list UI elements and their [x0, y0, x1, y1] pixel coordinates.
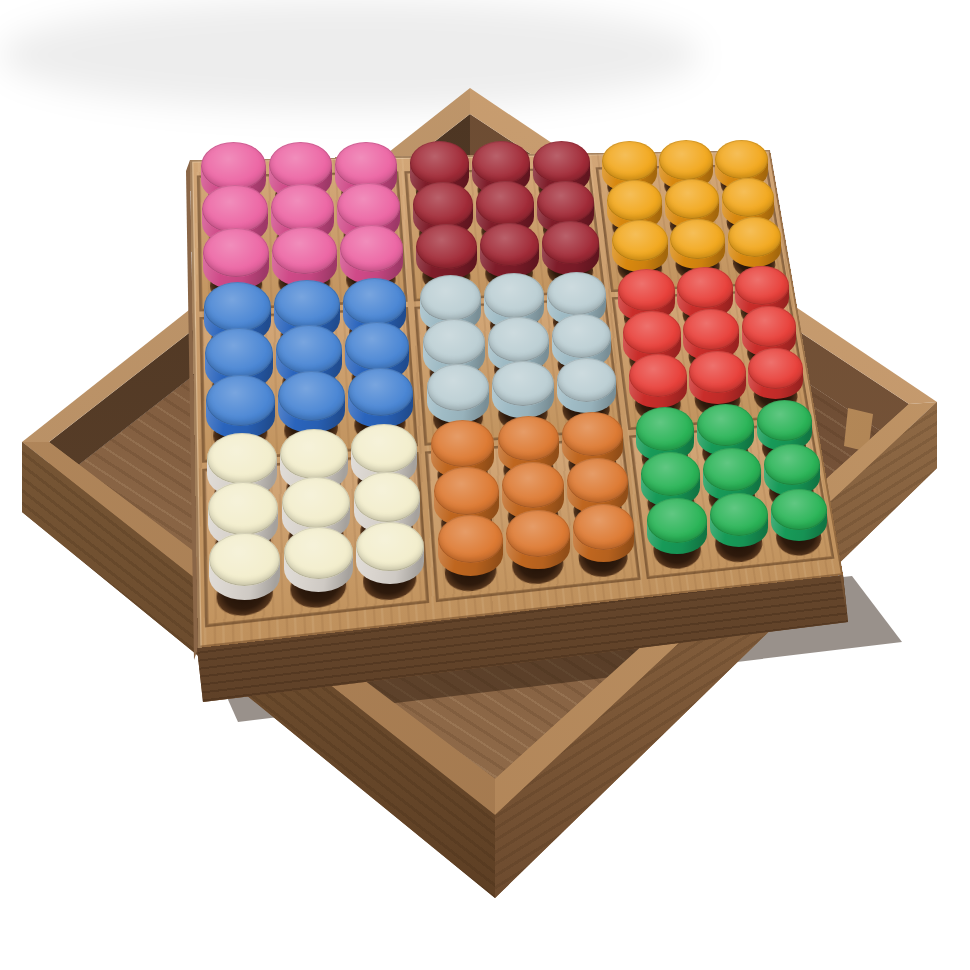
peg-top: [272, 227, 336, 275]
peg-top: [340, 225, 403, 271]
peg-top: [348, 368, 413, 416]
peg-top: [343, 278, 407, 325]
peg-top: [420, 275, 482, 321]
peg-5-5-light-blue[interactable]: [557, 358, 617, 413]
peg-top: [567, 458, 628, 503]
peg-top: [484, 273, 544, 317]
peg-top: [557, 358, 617, 402]
peg-top: [208, 482, 278, 534]
peg-5-2-blue[interactable]: [348, 368, 413, 428]
peg-8-0-cream[interactable]: [209, 533, 280, 599]
peg-top: [280, 429, 348, 479]
peg-top: [547, 272, 605, 315]
peg-5-7-red[interactable]: [689, 351, 745, 403]
peg-top: [356, 522, 423, 572]
peg-top: [416, 224, 477, 269]
peg-top: [284, 527, 353, 578]
peg-2-1-pink[interactable]: [272, 227, 336, 287]
peg-5-8-red[interactable]: [748, 348, 803, 399]
peg-top: [537, 181, 594, 223]
peg-2-8-yellow[interactable]: [728, 217, 781, 267]
peg-top: [670, 219, 725, 259]
scene: [0, 0, 970, 970]
peg-top: [710, 493, 768, 536]
peg-top: [636, 407, 694, 450]
peg-top: [335, 142, 396, 187]
peg-top: [647, 498, 707, 542]
peg-top: [274, 280, 339, 328]
peg-top: [204, 282, 271, 332]
peg-top: [689, 351, 745, 393]
peg-5-4-light-blue[interactable]: [492, 361, 553, 418]
peg-top: [427, 364, 490, 411]
peg-top: [697, 404, 754, 446]
peg-8-8-green[interactable]: [771, 489, 828, 542]
peg-top: [278, 371, 345, 420]
peg-5-6-red[interactable]: [629, 354, 687, 408]
peg-5-0-blue[interactable]: [206, 375, 275, 439]
peg-top: [573, 504, 635, 550]
peg-top: [480, 223, 539, 267]
peg-top: [629, 354, 687, 397]
peg-top: [282, 477, 350, 528]
peg-top: [271, 184, 335, 231]
peg-8-3-orange[interactable]: [438, 515, 503, 576]
peg-top: [506, 510, 569, 557]
peg-top: [602, 141, 657, 182]
peg-top: [203, 228, 269, 277]
peg-top: [552, 314, 611, 358]
peg-8-7-green[interactable]: [710, 493, 768, 547]
peg-top: [413, 182, 473, 227]
peg-5-1-blue[interactable]: [278, 371, 345, 433]
peg-top: [757, 400, 813, 441]
peg-top: [612, 220, 668, 261]
peg-top: [764, 444, 820, 485]
peg-top: [703, 448, 761, 491]
peg-top: [476, 181, 535, 224]
peg-top: [542, 221, 600, 264]
peg-top: [205, 328, 273, 378]
peg-8-1-cream[interactable]: [284, 527, 353, 591]
peg-top: [683, 309, 739, 350]
peg-2-7-yellow[interactable]: [670, 219, 725, 270]
peg-8-6-green[interactable]: [647, 498, 707, 553]
peg-top: [659, 140, 713, 180]
peg-8-4-orange[interactable]: [506, 510, 569, 569]
peg-top: [201, 142, 266, 190]
peg-top: [337, 183, 399, 229]
peg-top: [623, 311, 680, 353]
peg-top: [607, 180, 663, 221]
peg-2-6-yellow[interactable]: [612, 220, 668, 272]
peg-top: [492, 361, 553, 406]
peg-top: [431, 420, 495, 467]
peg-2-4-dark-red[interactable]: [480, 223, 539, 278]
peg-top: [345, 322, 409, 370]
peg-top: [202, 185, 267, 233]
peg-top: [209, 533, 280, 586]
peg-top: [748, 348, 803, 389]
peg-top: [206, 375, 275, 426]
peg-top: [351, 424, 417, 473]
peg-top: [677, 267, 732, 308]
peg-2-2-pink[interactable]: [340, 225, 403, 283]
peg-top: [728, 217, 781, 256]
peg-top: [434, 467, 498, 515]
peg-top: [665, 179, 719, 219]
peg-top: [354, 472, 421, 521]
peg-top: [533, 141, 590, 183]
peg-2-5-dark-red[interactable]: [542, 221, 600, 275]
peg-top: [488, 317, 549, 362]
peg-2-3-dark-red[interactable]: [416, 224, 477, 281]
peg-2-0-pink[interactable]: [203, 228, 269, 290]
peg-top: [562, 412, 622, 457]
peg-8-5-orange[interactable]: [573, 504, 635, 561]
peg-8-2-cream[interactable]: [356, 522, 423, 585]
peg-top: [742, 306, 796, 346]
peg-5-3-light-blue[interactable]: [427, 364, 490, 422]
peg-top: [618, 269, 675, 311]
peg-top: [276, 325, 342, 374]
peg-top: [207, 433, 277, 485]
peg-layer: [0, 0, 970, 970]
peg-top: [715, 140, 767, 179]
peg-top: [472, 141, 530, 184]
peg-top: [771, 489, 828, 531]
